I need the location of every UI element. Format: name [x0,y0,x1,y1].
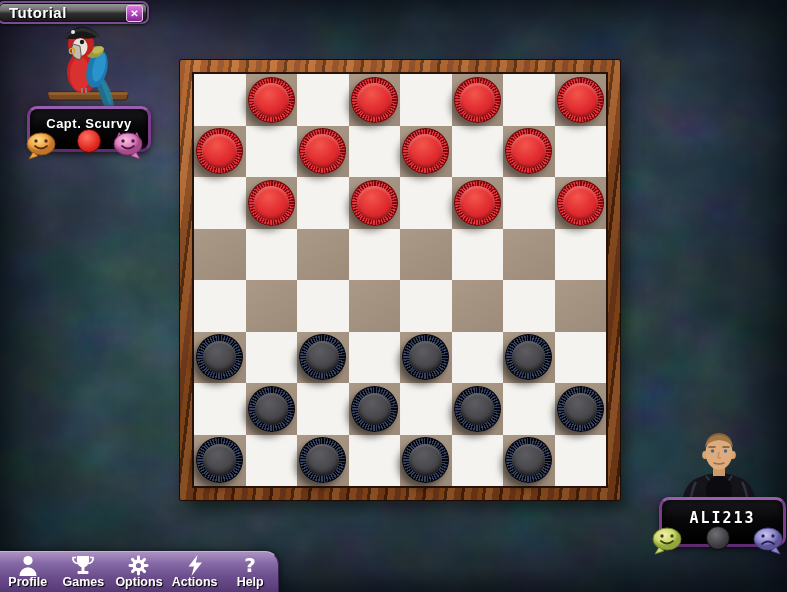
square-r7c5 [400,383,452,435]
red-checker[interactable] [454,180,501,226]
square-r2c4 [349,126,401,178]
square-r4c3[interactable] [297,229,349,281]
red-checker[interactable] [505,128,552,174]
square-r7c3 [297,383,349,435]
top-player-color-indicator [77,129,101,153]
black-checker[interactable] [402,437,449,483]
lightning-icon [185,555,205,576]
board-frame [180,60,620,500]
options-button[interactable]: Options [111,552,167,592]
game-window: Tutorial ✕ Capt. Scurvy [0,0,787,592]
square-r3c4[interactable] [349,177,401,229]
pirate-parrot-avatar[interactable] [36,20,140,112]
square-r1c8[interactable] [555,74,607,126]
happy-smiley-emote-button[interactable] [650,526,684,555]
square-r2c8 [555,126,607,178]
red-checker[interactable] [557,180,604,226]
square-r5c8[interactable] [555,280,607,332]
square-r1c5 [400,74,452,126]
gear-icon [128,555,149,576]
square-r1c4[interactable] [349,74,401,126]
profile-label: Profile [8,576,47,589]
square-r7c2[interactable] [246,383,298,435]
square-r5c5 [400,280,452,332]
man-avatar[interactable] [676,428,762,504]
square-r7c6[interactable] [452,383,504,435]
square-r5c1 [194,280,246,332]
square-r6c7[interactable] [503,332,555,384]
square-r5c4[interactable] [349,280,401,332]
square-r3c6[interactable] [452,177,504,229]
square-r4c5[interactable] [400,229,452,281]
square-r8c5[interactable] [400,435,452,487]
square-r2c1[interactable] [194,126,246,178]
black-checker[interactable] [505,437,552,483]
square-r4c7[interactable] [503,229,555,281]
square-r2c2 [246,126,298,178]
square-r2c6 [452,126,504,178]
square-r1c1 [194,74,246,126]
square-r3c3 [297,177,349,229]
sad-smiley-emote-button[interactable] [751,526,785,555]
black-checker[interactable] [505,334,552,380]
square-r6c1[interactable] [194,332,246,384]
red-checker[interactable] [557,77,604,123]
square-r8c2 [246,435,298,487]
black-checker[interactable] [299,437,346,483]
square-r6c4 [349,332,401,384]
red-checker[interactable] [454,77,501,123]
help-label: Help [237,576,264,589]
question-icon: ? [240,555,260,576]
black-checker[interactable] [351,386,398,432]
close-icon[interactable]: ✕ [126,5,143,22]
black-checker[interactable] [299,334,346,380]
black-checker[interactable] [196,437,243,483]
red-checker[interactable] [248,180,295,226]
square-r2c5[interactable] [400,126,452,178]
square-r3c7 [503,177,555,229]
square-r2c7[interactable] [503,126,555,178]
bottom-player-name: ALI213 [662,509,783,527]
square-r3c8[interactable] [555,177,607,229]
actions-button[interactable]: Actions [167,552,223,592]
window-title-bar: Tutorial ✕ [0,1,149,24]
main-toolbar: Profile Games [0,551,279,592]
heart-smiley-emote-button[interactable] [24,131,58,160]
square-r4c1[interactable] [194,229,246,281]
black-checker[interactable] [196,334,243,380]
trophy-icon [71,555,95,576]
options-label: Options [115,576,162,589]
square-r1c3 [297,74,349,126]
square-r7c4[interactable] [349,383,401,435]
black-checker[interactable] [557,386,604,432]
square-r8c6 [452,435,504,487]
bottom-player-color-indicator [706,526,730,550]
square-r4c4 [349,229,401,281]
person-icon [17,555,39,576]
square-r1c7 [503,74,555,126]
square-r7c8[interactable] [555,383,607,435]
black-checker[interactable] [248,386,295,432]
square-r3c2[interactable] [246,177,298,229]
square-r8c1[interactable] [194,435,246,487]
square-r7c1 [194,383,246,435]
svg-text:?: ? [244,555,256,576]
square-r5c6[interactable] [452,280,504,332]
square-r4c6 [452,229,504,281]
square-r2c3[interactable] [297,126,349,178]
red-checker[interactable] [299,128,346,174]
devil-smiley-emote-button[interactable] [111,131,145,160]
red-checker[interactable] [402,128,449,174]
square-r8c3[interactable] [297,435,349,487]
square-r3c1 [194,177,246,229]
square-r8c8 [555,435,607,487]
square-r6c3[interactable] [297,332,349,384]
red-checker[interactable] [351,77,398,123]
games-button[interactable]: Games [56,552,112,592]
black-checker[interactable] [454,386,501,432]
board-grid [194,74,606,486]
square-r4c2 [246,229,298,281]
square-r1c2[interactable] [246,74,298,126]
square-r6c5[interactable] [400,332,452,384]
profile-button[interactable]: Profile [0,552,56,592]
square-r6c8 [555,332,607,384]
square-r3c5 [400,177,452,229]
window-title: Tutorial [9,4,67,21]
games-label: Games [63,576,105,589]
black-checker[interactable] [402,334,449,380]
square-r1c6[interactable] [452,74,504,126]
square-r5c7 [503,280,555,332]
square-r8c7[interactable] [503,435,555,487]
actions-label: Actions [172,576,218,589]
square-r6c6 [452,332,504,384]
help-button[interactable]: ? Help [222,552,278,592]
red-checker[interactable] [248,77,295,123]
red-checker[interactable] [351,180,398,226]
square-r4c8 [555,229,607,281]
red-checker[interactable] [196,128,243,174]
square-r5c2[interactable] [246,280,298,332]
square-r5c3 [297,280,349,332]
square-r8c4 [349,435,401,487]
square-r6c2 [246,332,298,384]
square-r7c7 [503,383,555,435]
